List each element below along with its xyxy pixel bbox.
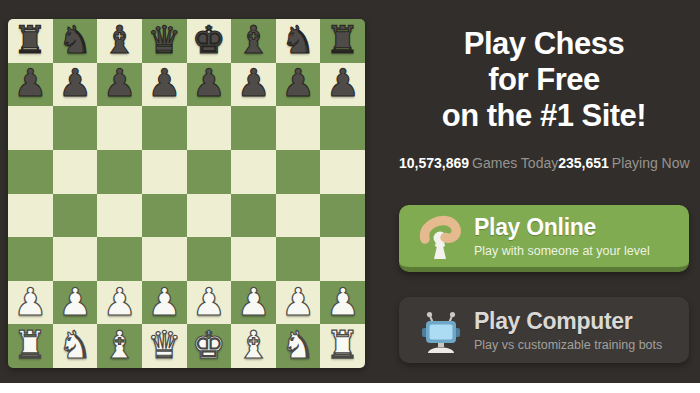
- white-rook[interactable]: ♜: [326, 326, 360, 364]
- square-e6[interactable]: [187, 106, 232, 150]
- black-pawn[interactable]: ♟: [236, 64, 270, 102]
- playing-now-stat: 235,651Playing Now: [558, 155, 689, 171]
- square-e2[interactable]: ♟: [187, 281, 232, 325]
- square-c1[interactable]: ♝: [97, 324, 142, 368]
- square-h7[interactable]: ♟: [320, 63, 365, 107]
- square-f4[interactable]: [231, 194, 276, 238]
- square-a7[interactable]: ♟: [8, 63, 53, 107]
- square-e7[interactable]: ♟: [187, 63, 232, 107]
- white-pawn[interactable]: ♟: [192, 283, 226, 321]
- black-king[interactable]: ♚: [192, 21, 226, 59]
- square-e3[interactable]: [187, 237, 232, 281]
- playing-now-value: 235,651: [558, 155, 609, 171]
- black-pawn[interactable]: ♟: [326, 64, 360, 102]
- page-title-line-1: Play Chess: [399, 26, 689, 62]
- black-rook[interactable]: ♜: [13, 21, 47, 59]
- square-c5[interactable]: [97, 150, 142, 194]
- square-h4[interactable]: [320, 194, 365, 238]
- chess-board[interactable]: ♜♞♝♛♚♝♞♜♟♟♟♟♟♟♟♟♟♟♟♟♟♟♟♟♜♞♝♛♚♝♞♜: [8, 19, 365, 368]
- square-f3[interactable]: [231, 237, 276, 281]
- black-rook[interactable]: ♜: [326, 21, 360, 59]
- square-d8[interactable]: ♛: [142, 19, 187, 63]
- square-a3[interactable]: [8, 237, 53, 281]
- square-d3[interactable]: [142, 237, 187, 281]
- square-c2[interactable]: ♟: [97, 281, 142, 325]
- playing-now-label: Playing Now: [612, 155, 690, 171]
- black-bishop[interactable]: ♝: [103, 21, 137, 59]
- square-h6[interactable]: [320, 106, 365, 150]
- square-g1[interactable]: ♞: [276, 324, 321, 368]
- square-h5[interactable]: [320, 150, 365, 194]
- black-bishop[interactable]: ♝: [236, 21, 270, 59]
- square-f2[interactable]: ♟: [231, 281, 276, 325]
- hero-panel: Play Chess for Free on the #1 Site! 10,5…: [399, 0, 689, 383]
- square-c4[interactable]: [97, 194, 142, 238]
- square-d4[interactable]: [142, 194, 187, 238]
- play-computer-button[interactable]: Play Computer Play vs customizable train…: [399, 297, 689, 363]
- play-online-subtitle: Play with someone at your level: [474, 244, 650, 258]
- square-g2[interactable]: ♟: [276, 281, 321, 325]
- white-pawn[interactable]: ♟: [281, 283, 315, 321]
- black-queen[interactable]: ♛: [147, 21, 181, 59]
- square-e8[interactable]: ♚: [187, 19, 232, 63]
- square-a8[interactable]: ♜: [8, 19, 53, 63]
- square-b2[interactable]: ♟: [53, 281, 98, 325]
- white-pawn[interactable]: ♟: [103, 283, 137, 321]
- white-knight[interactable]: ♞: [58, 326, 92, 364]
- games-today-stat: 10,573,869Games Today: [399, 155, 558, 171]
- square-a2[interactable]: ♟: [8, 281, 53, 325]
- robot-icon: [417, 305, 465, 355]
- white-pawn[interactable]: ♟: [147, 283, 181, 321]
- white-pawn[interactable]: ♟: [236, 283, 270, 321]
- square-d5[interactable]: [142, 150, 187, 194]
- square-b8[interactable]: ♞: [53, 19, 98, 63]
- square-g5[interactable]: [276, 150, 321, 194]
- black-pawn[interactable]: ♟: [147, 64, 181, 102]
- black-pawn[interactable]: ♟: [281, 64, 315, 102]
- black-knight[interactable]: ♞: [281, 21, 315, 59]
- square-c7[interactable]: ♟: [97, 63, 142, 107]
- hand-holding-pawn-icon: [417, 211, 465, 261]
- page-bottom-strip: [0, 383, 700, 393]
- square-g8[interactable]: ♞: [276, 19, 321, 63]
- play-online-label: Play Online: [474, 214, 650, 241]
- square-g4[interactable]: [276, 194, 321, 238]
- white-rook[interactable]: ♜: [13, 326, 47, 364]
- square-e4[interactable]: [187, 194, 232, 238]
- black-pawn[interactable]: ♟: [192, 64, 226, 102]
- play-computer-label: Play Computer: [474, 308, 662, 335]
- white-knight[interactable]: ♞: [281, 326, 315, 364]
- white-pawn[interactable]: ♟: [326, 283, 360, 321]
- white-pawn[interactable]: ♟: [13, 283, 47, 321]
- square-a1[interactable]: ♜: [8, 324, 53, 368]
- square-g3[interactable]: [276, 237, 321, 281]
- white-pawn[interactable]: ♟: [58, 283, 92, 321]
- square-g6[interactable]: [276, 106, 321, 150]
- square-b1[interactable]: ♞: [53, 324, 98, 368]
- page-title-line-3: on the #1 Site!: [399, 98, 689, 134]
- play-online-button[interactable]: Play Online Play with someone at your le…: [399, 205, 689, 272]
- black-pawn[interactable]: ♟: [13, 64, 47, 102]
- square-c8[interactable]: ♝: [97, 19, 142, 63]
- square-h3[interactable]: [320, 237, 365, 281]
- square-b3[interactable]: [53, 237, 98, 281]
- square-f6[interactable]: [231, 106, 276, 150]
- square-b4[interactable]: [53, 194, 98, 238]
- square-b5[interactable]: [53, 150, 98, 194]
- square-h2[interactable]: ♟: [320, 281, 365, 325]
- square-d7[interactable]: ♟: [142, 63, 187, 107]
- square-b6[interactable]: [53, 106, 98, 150]
- square-f7[interactable]: ♟: [231, 63, 276, 107]
- square-b7[interactable]: ♟: [53, 63, 98, 107]
- black-knight[interactable]: ♞: [58, 21, 92, 59]
- square-e5[interactable]: [187, 150, 232, 194]
- white-king[interactable]: ♚: [192, 326, 226, 364]
- square-a6[interactable]: [8, 106, 53, 150]
- white-queen[interactable]: ♛: [147, 326, 181, 364]
- square-f1[interactable]: ♝: [231, 324, 276, 368]
- black-pawn[interactable]: ♟: [103, 64, 137, 102]
- square-a4[interactable]: [8, 194, 53, 238]
- square-f5[interactable]: [231, 150, 276, 194]
- square-d1[interactable]: ♛: [142, 324, 187, 368]
- square-h1[interactable]: ♜: [320, 324, 365, 368]
- games-today-label: Games Today: [472, 155, 558, 171]
- page-title-line-2: for Free: [399, 62, 689, 98]
- games-today-value: 10,573,869: [399, 155, 469, 171]
- square-d2[interactable]: ♟: [142, 281, 187, 325]
- square-c6[interactable]: [97, 106, 142, 150]
- play-computer-subtitle: Play vs customizable training bots: [474, 338, 662, 352]
- page-title: Play Chess for Free on the #1 Site!: [399, 26, 689, 134]
- square-c3[interactable]: [97, 237, 142, 281]
- square-g7[interactable]: ♟: [276, 63, 321, 107]
- white-bishop[interactable]: ♝: [103, 326, 137, 364]
- square-e1[interactable]: ♚: [187, 324, 232, 368]
- square-h8[interactable]: ♜: [320, 19, 365, 63]
- square-d6[interactable]: [142, 106, 187, 150]
- white-bishop[interactable]: ♝: [236, 326, 270, 364]
- black-pawn[interactable]: ♟: [58, 64, 92, 102]
- stats-bar: 10,573,869Games Today 235,651Playing Now: [399, 155, 689, 171]
- square-a5[interactable]: [8, 150, 53, 194]
- square-f8[interactable]: ♝: [231, 19, 276, 63]
